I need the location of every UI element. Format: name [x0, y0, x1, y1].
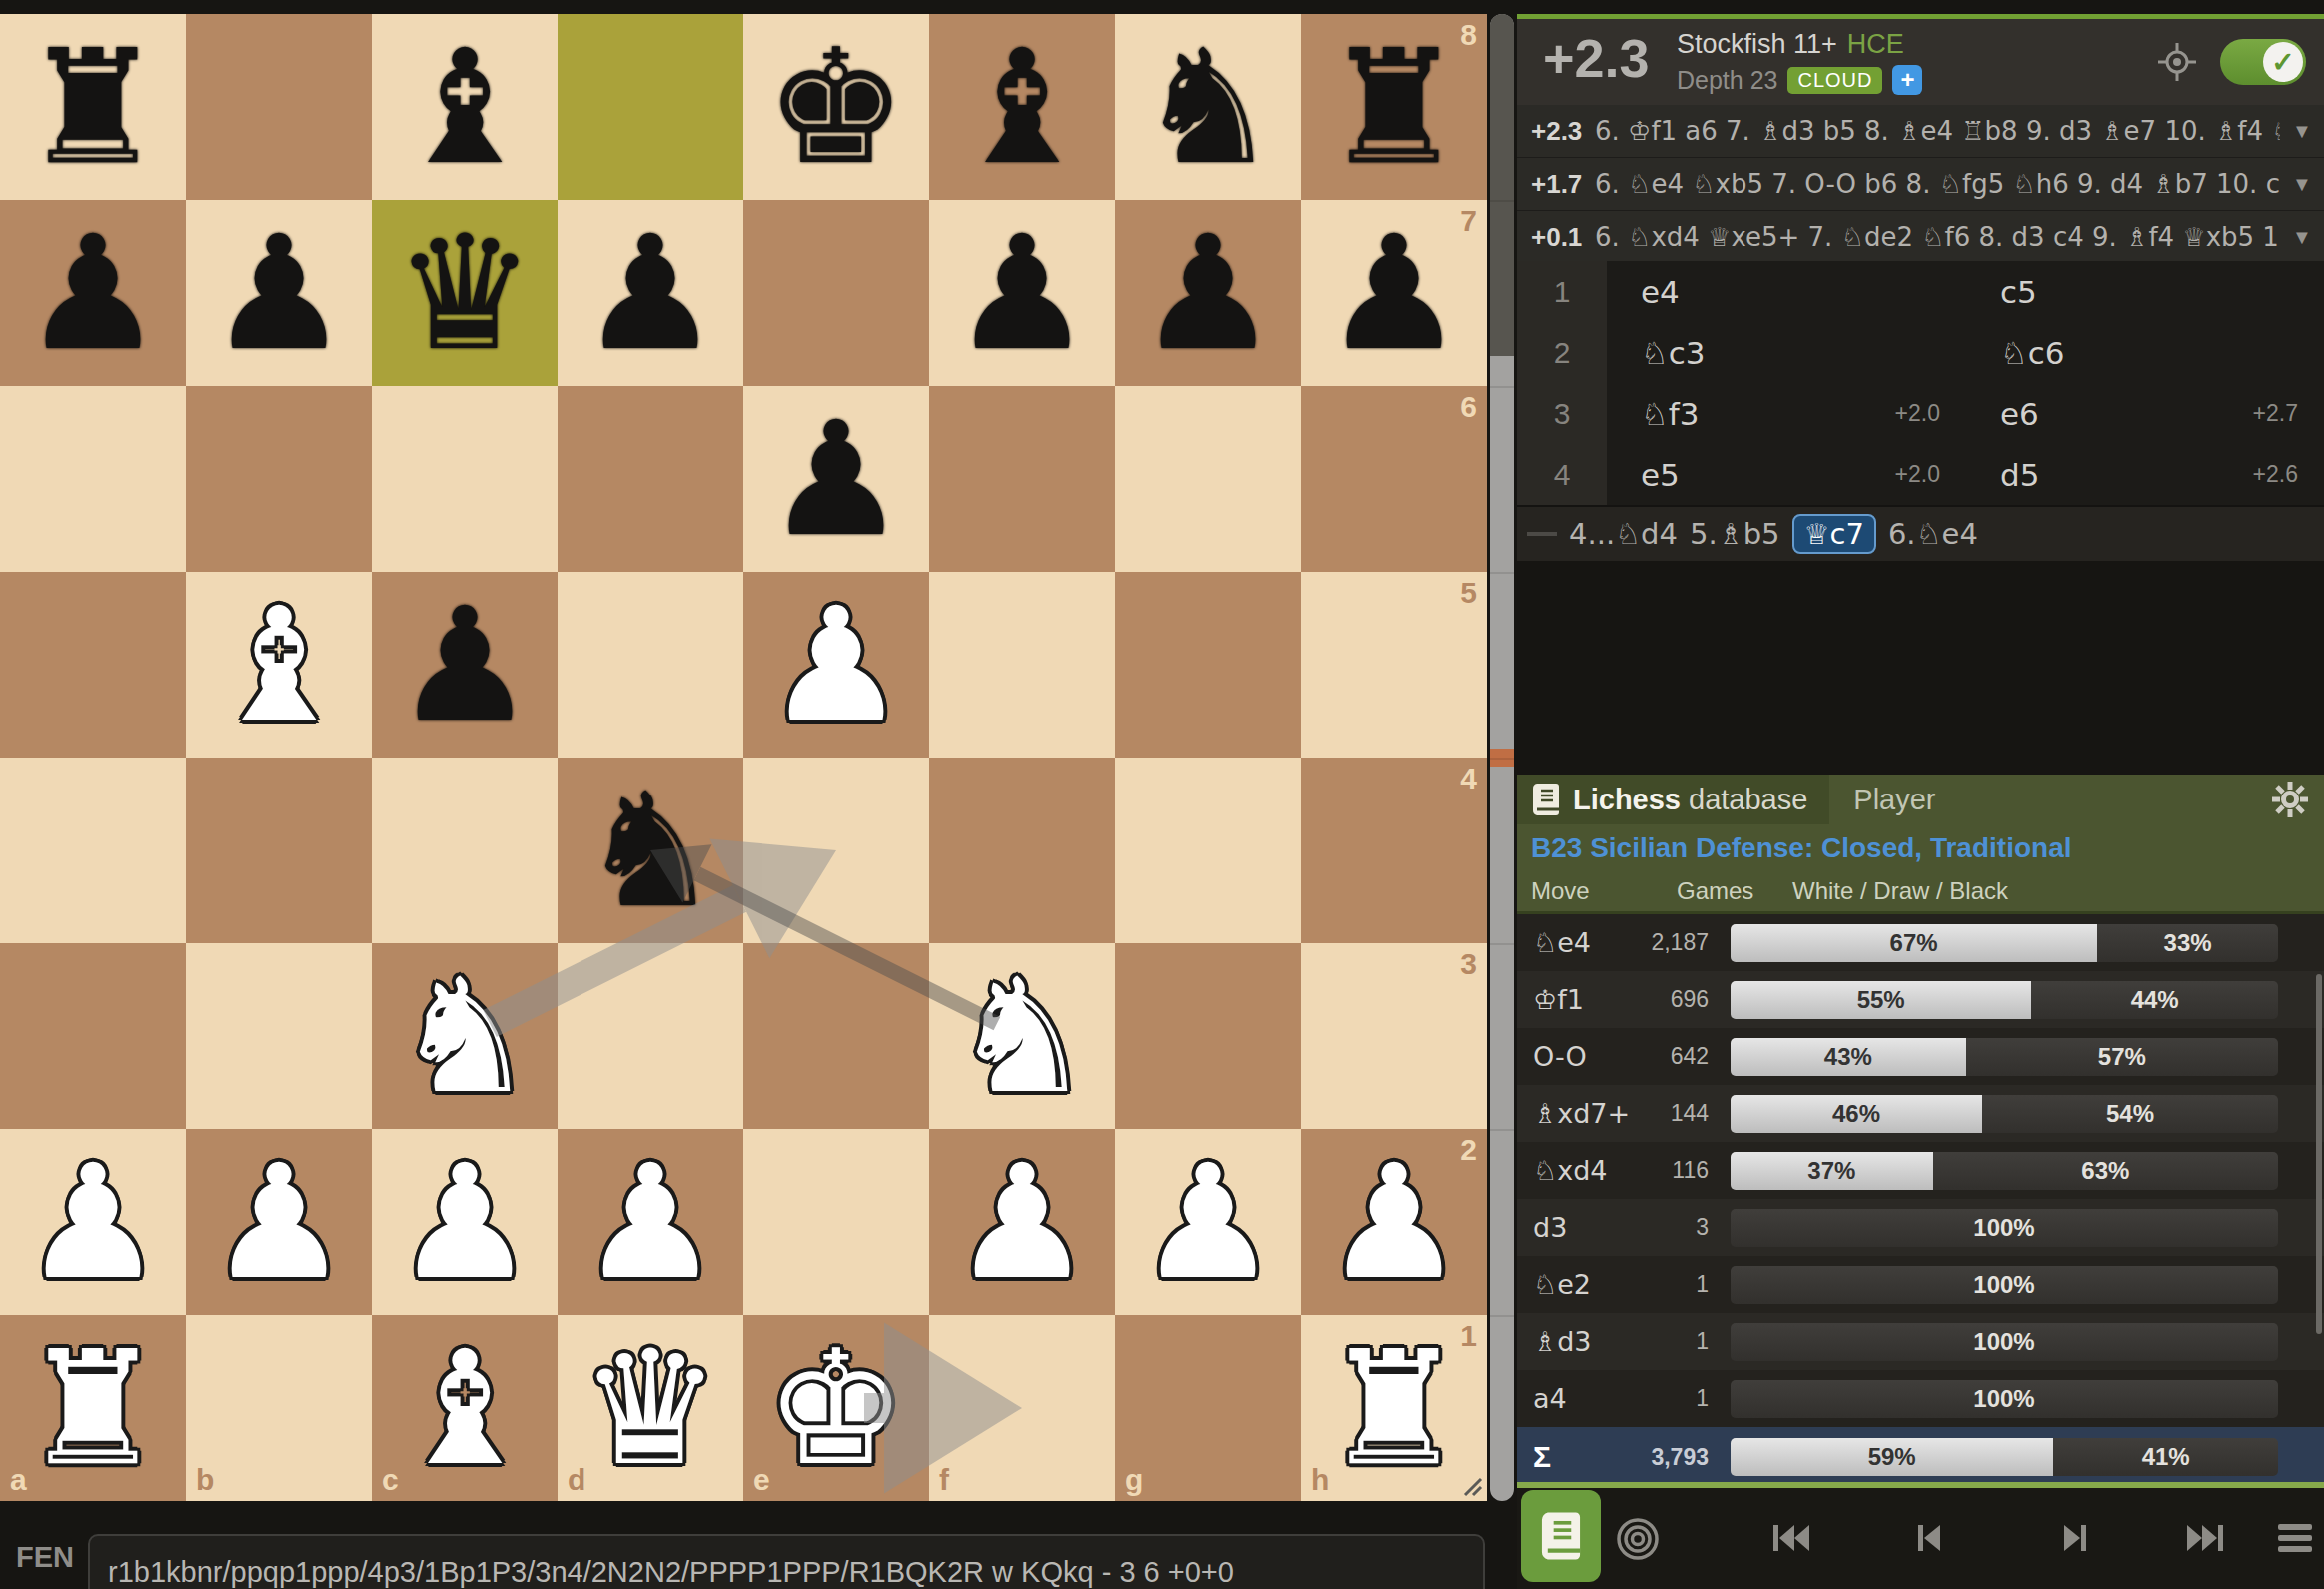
rank-label-8: 8 [1460, 18, 1477, 52]
engine-tag: HCE [1847, 29, 1904, 59]
move-list: 1e4c52♘c3♘c63♘f3+2.0e6+2.74e5+2.0d5+2.6 [1517, 261, 2324, 505]
rank-label-6: 6 [1460, 390, 1477, 424]
black-move[interactable]: e6+2.7 [1966, 383, 2324, 444]
square-h8[interactable]: ♜8 [1301, 14, 1487, 200]
square-b7[interactable]: ♟ [186, 200, 372, 386]
black-wins-segment: 57% [1966, 1038, 2278, 1076]
result-bar: 67%33% [1731, 924, 2278, 962]
square-e8[interactable]: ♚ [743, 14, 929, 200]
black-knight-g8[interactable]: ♞ [1115, 14, 1301, 200]
result-bar: 55%44% [1731, 981, 2278, 1019]
explorer-games: 1 [1643, 1271, 1709, 1298]
result-bar: 59%41% [1731, 1438, 2278, 1476]
square-d5[interactable] [558, 572, 743, 758]
line-moves[interactable]: 6. ♘xd4 ♕xe5+ 7. ♘de2 ♘f6 8. d3 c4 9. ♗f… [1595, 222, 2280, 252]
square-a7[interactable]: ♟ [0, 200, 186, 386]
black-wins-segment: 44% [2031, 981, 2278, 1019]
fen-bar: FEN [0, 1501, 1487, 1589]
engine-toggle[interactable]: ✓ [2220, 39, 2306, 85]
black-move[interactable]: c5 [1966, 261, 2324, 322]
black-wins-segment: 63% [1933, 1152, 2278, 1190]
square-c8[interactable]: ♝ [372, 14, 558, 200]
add-line-button[interactable]: + [1892, 65, 1922, 95]
engine-lines: +2.36. ♔f1 a6 7. ♗d3 b5 8. ♗e4 ♖b8 9. d3… [1517, 105, 2324, 264]
explorer-games: 642 [1643, 1043, 1709, 1070]
white-rook-a1[interactable]: ♜ [0, 1315, 186, 1501]
white-move[interactable]: ♘c3 [1607, 322, 1966, 383]
square-c7[interactable]: ♛ [372, 200, 558, 386]
black-move[interactable]: d5+2.6 [1966, 444, 2324, 505]
white-move[interactable]: e4 [1607, 261, 1966, 322]
engine-name: Stockfish 11+ [1677, 29, 1837, 59]
square-h5[interactable]: 5 [1301, 572, 1487, 758]
white-knight-f3[interactable]: ♞ [929, 943, 1115, 1129]
line-eval: +2.3 [1517, 116, 1595, 147]
white-pawn-b2[interactable]: ♟ [186, 1129, 372, 1315]
square-f7[interactable]: ♟ [929, 200, 1115, 386]
square-e3[interactable] [743, 943, 929, 1129]
square-a5[interactable] [0, 572, 186, 758]
opening-explorer: Lichessdatabase Player [1517, 775, 2324, 1487]
square-e6[interactable]: ♟ [743, 386, 929, 572]
square-b4[interactable] [186, 758, 372, 943]
explorer-column-headers: Move Games White / Draw / Black [1517, 871, 2324, 914]
move-row-3: 3♘f3+2.0e6+2.7 [1517, 383, 2324, 444]
gauge-tick-line [1490, 1129, 1514, 1131]
first-icon[interactable] [1768, 1516, 1812, 1560]
square-b2[interactable]: ♟ [186, 1129, 372, 1315]
file-label-f: f [939, 1463, 949, 1497]
explorer-row-d3[interactable]: d33100% [1517, 1199, 2324, 1256]
line-eval: +1.7 [1517, 169, 1595, 200]
file-label-g: g [1125, 1463, 1143, 1497]
gauge-tick-line [1490, 200, 1514, 202]
engine-eval: +2.3 [1543, 27, 1650, 89]
move-row-2: 2♘c3♘c6 [1517, 322, 2324, 383]
fen-label: FEN [16, 1541, 74, 1574]
explorer-row-♗xd7+[interactable]: ♗xd7+14446%54% [1517, 1085, 2324, 1142]
square-c6[interactable] [372, 386, 558, 572]
gauge-tick-line [1490, 943, 1514, 945]
result-bar: 100% [1731, 1380, 2278, 1418]
file-label-b: b [196, 1463, 214, 1497]
square-a4[interactable] [0, 758, 186, 943]
line-moves[interactable]: 6. ♘e4 ♘xb5 7. O-O b6 8. ♘fg5 ♘h6 9. d4 … [1595, 169, 2280, 199]
explorer-row-♘xd4[interactable]: ♘xd411637%63% [1517, 1142, 2324, 1199]
engine-header: +2.3 Stockfish 11+HCE Depth 23 CLOUD + ✓ [1517, 19, 2324, 105]
variation-move[interactable]: 6.♘e4 [1888, 517, 1978, 551]
black-pawn-d7[interactable]: ♟ [558, 200, 743, 386]
explorer-rows: ♘e42,18767%33%♔f169655%44%O-O64243%57%♗x… [1517, 914, 2324, 1487]
move-row-1: 1e4c5 [1517, 261, 2324, 322]
move-number: 2 [1517, 322, 1607, 383]
explorer-move: ♗d3 [1517, 1326, 1643, 1357]
square-g6[interactable] [1115, 386, 1301, 572]
square-d2[interactable]: ♟ [558, 1129, 743, 1315]
rank-label-3: 3 [1460, 947, 1477, 981]
white-king-e1[interactable]: ♚ [743, 1315, 929, 1501]
explorer-move: O-O [1517, 1041, 1643, 1072]
explorer-tabs: Lichessdatabase Player [1517, 775, 2324, 824]
tab-database-label-bold: Lichess [1573, 784, 1681, 815]
square-f8[interactable]: ♝ [929, 14, 1115, 200]
col-result: White / Draw / Black [1766, 877, 2008, 905]
gear-icon[interactable] [2270, 780, 2310, 819]
explorer-move: ♘e4 [1517, 927, 1643, 958]
white-wins-segment: 55% [1731, 981, 2031, 1019]
tab-player[interactable]: Player [1829, 775, 1959, 824]
eval-gauge-bar [1490, 14, 1514, 1501]
result-bar: 100% [1731, 1323, 2278, 1361]
result-bar: 46%54% [1731, 1095, 2278, 1133]
square-b1[interactable]: b [186, 1315, 372, 1501]
square-h6[interactable]: 6 [1301, 386, 1487, 572]
explorer-games: 696 [1643, 986, 1709, 1013]
black-pawn-f7[interactable]: ♟ [929, 200, 1115, 386]
move-number: 3 [1517, 383, 1607, 444]
square-e2[interactable] [743, 1129, 929, 1315]
move-number: 4 [1517, 444, 1607, 505]
black-wins-segment: 100% [1731, 1209, 2278, 1247]
square-c3[interactable]: ♞ [372, 943, 558, 1129]
board-resize-handle[interactable] [1455, 1469, 1483, 1497]
white-pawn-c2[interactable]: ♟ [372, 1129, 558, 1315]
square-a6[interactable] [0, 386, 186, 572]
black-wins-segment: 33% [2097, 924, 2278, 962]
explorer-toggle-button[interactable] [1521, 1490, 1601, 1582]
white-bishop-b5[interactable]: ♝ [186, 572, 372, 758]
opening-name-link[interactable]: B23 Sicilian Defense: Closed, Traditiona… [1517, 824, 2324, 871]
white-move[interactable]: ♘f3+2.0 [1607, 383, 1966, 444]
black-pawn-g7[interactable]: ♟ [1115, 200, 1301, 386]
tab-database-label: database [1689, 784, 1807, 815]
white-move[interactable]: e5+2.0 [1607, 444, 1966, 505]
engine-line-1[interactable]: +2.36. ♔f1 a6 7. ♗d3 b5 8. ♗e4 ♖b8 9. d3… [1517, 105, 2324, 158]
square-f1[interactable]: f [929, 1315, 1115, 1501]
explorer-move: a4 [1517, 1383, 1643, 1414]
explorer-games: 144 [1643, 1100, 1709, 1127]
square-f2[interactable]: ♟ [929, 1129, 1115, 1315]
black-rook-h8[interactable]: ♜ [1301, 14, 1487, 200]
gauge-tick-line [1490, 1315, 1514, 1317]
line-eval: +0.1 [1517, 222, 1595, 253]
caret-down-icon[interactable]: ▼ [2280, 173, 2324, 196]
white-wins-segment: 67% [1731, 924, 2097, 962]
black-wins-segment: 100% [1731, 1323, 2278, 1361]
move-row-4: 4e5+2.0d5+2.6 [1517, 444, 2324, 505]
result-bar: 37%63% [1731, 1152, 2278, 1190]
square-b3[interactable] [186, 943, 372, 1129]
line-moves[interactable]: 6. ♔f1 a6 7. ♗d3 b5 8. ♗e4 ♖b8 9. d3 ♗e7… [1595, 116, 2280, 146]
black-bishop-c8[interactable]: ♝ [372, 14, 558, 200]
white-pawn-h2[interactable]: ♟ [1301, 1129, 1487, 1315]
square-b6[interactable] [186, 386, 372, 572]
engine-depth: Depth 23 [1677, 66, 1777, 95]
black-king-e8[interactable]: ♚ [743, 14, 929, 200]
explorer-games: 1 [1643, 1385, 1709, 1412]
fen-input[interactable] [88, 1534, 1485, 1589]
black-move[interactable]: ♘c6 [1966, 322, 2324, 383]
file-label-h: h [1311, 1463, 1329, 1497]
last-icon[interactable] [2184, 1516, 2228, 1560]
square-a1[interactable]: ♜a [0, 1315, 186, 1501]
gauge-tick-line [1490, 572, 1514, 574]
file-label-d: d [568, 1463, 585, 1497]
white-wins-segment: 37% [1731, 1152, 1933, 1190]
rank-label-7: 7 [1460, 204, 1477, 238]
square-h4[interactable]: 4 [1301, 758, 1487, 943]
rank-label-4: 4 [1460, 762, 1477, 795]
gauge-tick-line [1490, 386, 1514, 388]
square-d1[interactable]: ♛d [558, 1315, 743, 1501]
result-bar: 43%57% [1731, 1038, 2278, 1076]
file-label-c: c [382, 1463, 399, 1497]
explorer-games: 2,187 [1643, 929, 1709, 956]
square-c5[interactable]: ♟ [372, 572, 558, 758]
result-bar: 100% [1731, 1209, 2278, 1247]
black-pawn-h7[interactable]: ♟ [1301, 200, 1487, 386]
square-g5[interactable] [1115, 572, 1301, 758]
black-pawn-b7[interactable]: ♟ [186, 200, 372, 386]
result-bar: 100% [1731, 1266, 2278, 1304]
explorer-games: 116 [1643, 1157, 1709, 1184]
square-g7[interactable]: ♟ [1115, 200, 1301, 386]
caret-down-icon[interactable]: ▼ [2280, 120, 2324, 143]
variation-dash-icon [1527, 532, 1557, 536]
engine-line-2[interactable]: +1.76. ♘e4 ♘xb5 7. O-O b6 8. ♘fg5 ♘h6 9.… [1517, 158, 2324, 211]
explorer-scrollbar[interactable] [2316, 974, 2322, 1334]
black-rook-a8[interactable]: ♜ [0, 14, 186, 200]
move-number: 1 [1517, 261, 1607, 322]
explorer-row-♘e4[interactable]: ♘e42,18767%33% [1517, 914, 2324, 971]
caret-down-icon[interactable]: ▼ [2280, 226, 2324, 249]
move-eval: +2.0 [1895, 400, 1966, 427]
white-pawn-e5[interactable]: ♟ [743, 572, 929, 758]
black-wins-segment: 100% [1731, 1380, 2278, 1418]
square-g1[interactable]: g [1115, 1315, 1301, 1501]
explorer-row-total[interactable]: Σ3,79359%41% [1517, 1427, 2324, 1487]
rank-label-5: 5 [1460, 576, 1477, 610]
black-knight-d4[interactable]: ♞ [558, 758, 743, 943]
book-icon [1531, 783, 1561, 816]
explorer-row-♘e2[interactable]: ♘e21100% [1517, 1256, 2324, 1313]
square-a3[interactable] [0, 943, 186, 1129]
white-wins-segment: 46% [1731, 1095, 1982, 1133]
square-c4[interactable] [372, 758, 558, 943]
square-e4[interactable] [743, 758, 929, 943]
square-b5[interactable]: ♝ [186, 572, 372, 758]
board-squares: ♜♝♚♝♞♜8♟♟♛♟♟♟♟7♟6♝♟♟5♞4♞♞3♟♟♟♟♟♟♟2♜ab♝c♛… [0, 14, 1487, 1501]
next-icon[interactable] [2054, 1516, 2098, 1560]
eval-gauge [1487, 14, 1517, 1501]
white-pawn-d2[interactable]: ♟ [558, 1129, 743, 1315]
black-pawn-e6[interactable]: ♟ [743, 386, 929, 572]
square-h7[interactable]: ♟7 [1301, 200, 1487, 386]
current-move[interactable]: ♕c7 [1792, 514, 1876, 554]
square-f3[interactable]: ♞ [929, 943, 1115, 1129]
eval-gauge-black-portion [1490, 14, 1514, 356]
explorer-move: Σ [1517, 1440, 1643, 1474]
move-eval: +2.6 [2253, 461, 2324, 488]
gauge-tick-line [1490, 758, 1514, 760]
square-c1[interactable]: ♝c [372, 1315, 558, 1501]
black-pawn-c5[interactable]: ♟ [372, 572, 558, 758]
explorer-row-♗d3[interactable]: ♗d31100% [1517, 1313, 2324, 1370]
square-a2[interactable]: ♟ [0, 1129, 186, 1315]
square-g3[interactable] [1115, 943, 1301, 1129]
square-f6[interactable] [929, 386, 1115, 572]
book-icon [1539, 1511, 1583, 1561]
white-pawn-a2[interactable]: ♟ [0, 1129, 186, 1315]
bottom-toolbar [1517, 1488, 2324, 1589]
square-d6[interactable] [558, 386, 743, 572]
square-a8[interactable]: ♜ [0, 14, 186, 200]
white-pawn-f2[interactable]: ♟ [929, 1129, 1115, 1315]
variation-move[interactable]: 5.♗b5 [1690, 517, 1780, 551]
explorer-games: 3,793 [1643, 1444, 1709, 1471]
explorer-move: ♗xd7+ [1517, 1098, 1643, 1129]
white-knight-c3[interactable]: ♞ [372, 943, 558, 1129]
square-g4[interactable] [1115, 758, 1301, 943]
rings-icon[interactable] [1615, 1516, 1661, 1562]
prev-icon[interactable] [1906, 1516, 1950, 1560]
black-wins-segment: 41% [2053, 1438, 2278, 1476]
variation-line: 4...♘d45.♗b5♕c76.♘e4 [1517, 505, 2324, 561]
variation-move[interactable]: 4...♘d4 [1569, 517, 1678, 551]
file-label-e: e [753, 1463, 770, 1497]
explorer-games: 3 [1643, 1214, 1709, 1241]
white-wins-segment: 43% [1731, 1038, 1966, 1076]
chess-board[interactable]: ♜♝♚♝♞♜8♟♟♛♟♟♟♟7♟6♝♟♟5♞4♞♞3♟♟♟♟♟♟♟2♜ab♝c♛… [0, 14, 1487, 1501]
square-e5[interactable]: ♟ [743, 572, 929, 758]
black-wins-segment: 100% [1731, 1266, 2278, 1304]
square-f5[interactable] [929, 572, 1115, 758]
square-b8[interactable] [186, 14, 372, 200]
square-d4[interactable]: ♞ [558, 758, 743, 943]
square-d8[interactable] [558, 14, 743, 200]
explorer-move: ♔f1 [1517, 984, 1643, 1015]
focus-icon[interactable] [2156, 41, 2198, 83]
rank-label-2: 2 [1460, 1133, 1477, 1167]
square-e1[interactable]: ♚e [743, 1315, 929, 1501]
analysis-panel: +2.3 Stockfish 11+HCE Depth 23 CLOUD + ✓… [1517, 14, 2324, 1589]
check-icon: ✓ [2263, 42, 2303, 82]
col-move: Move [1517, 877, 1677, 905]
explorer-row-O-O[interactable]: O-O64243%57% [1517, 1028, 2324, 1085]
white-wins-segment: 59% [1731, 1438, 2053, 1476]
lichess-analysis-app: ♜♝♚♝♞♜8♟♟♛♟♟♟♟7♟6♝♟♟5♞4♞♞3♟♟♟♟♟♟♟2♜ab♝c♛… [0, 0, 2324, 1589]
square-e7[interactable] [743, 200, 929, 386]
square-d7[interactable]: ♟ [558, 200, 743, 386]
tab-lichess-database[interactable]: Lichessdatabase [1517, 775, 1829, 824]
square-d3[interactable] [558, 943, 743, 1129]
white-bishop-c1[interactable]: ♝ [372, 1315, 558, 1501]
explorer-move: ♘xd4 [1517, 1155, 1643, 1186]
engine-line-3[interactable]: +0.16. ♘xd4 ♕xe5+ 7. ♘de2 ♘f6 8. d3 c4 9… [1517, 211, 2324, 264]
square-f4[interactable] [929, 758, 1115, 943]
explorer-row-a4[interactable]: a41100% [1517, 1370, 2324, 1427]
explorer-move: ♘e2 [1517, 1269, 1643, 1300]
black-pawn-a7[interactable]: ♟ [0, 200, 186, 386]
black-wins-segment: 54% [1982, 1095, 2278, 1133]
move-eval: +2.7 [2253, 400, 2324, 427]
menu-icon[interactable] [2272, 1516, 2318, 1560]
explorer-games: 1 [1643, 1328, 1709, 1355]
file-label-a: a [10, 1463, 27, 1497]
cloud-badge: CLOUD [1787, 67, 1882, 94]
black-queen-c7[interactable]: ♛ [372, 200, 558, 386]
explorer-move: d3 [1517, 1212, 1643, 1243]
move-eval: +2.0 [1895, 461, 1966, 488]
explorer-row-♔f1[interactable]: ♔f169655%44% [1517, 971, 2324, 1028]
square-g8[interactable]: ♞ [1115, 14, 1301, 200]
square-g2[interactable]: ♟ [1115, 1129, 1301, 1315]
square-h3[interactable]: 3 [1301, 943, 1487, 1129]
black-bishop-f8[interactable]: ♝ [929, 14, 1115, 200]
rank-label-1: 1 [1460, 1319, 1477, 1353]
square-h2[interactable]: ♟2 [1301, 1129, 1487, 1315]
white-pawn-g2[interactable]: ♟ [1115, 1129, 1301, 1315]
col-games: Games [1677, 877, 1766, 905]
square-c2[interactable]: ♟ [372, 1129, 558, 1315]
